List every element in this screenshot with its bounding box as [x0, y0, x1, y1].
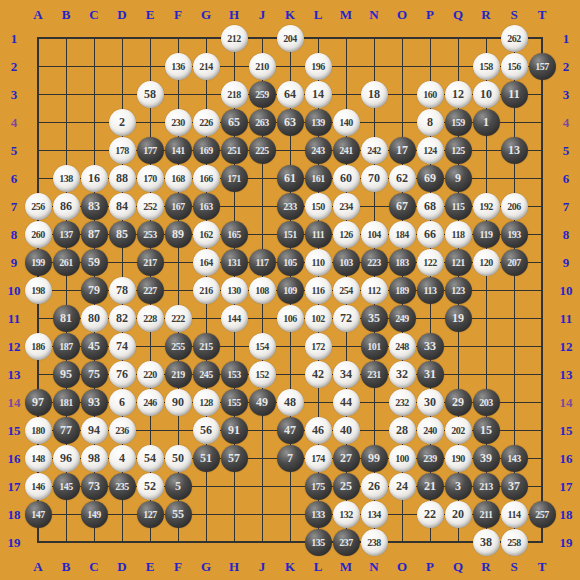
move-number: 18	[368, 87, 380, 102]
stone-H5[interactable]: 251	[221, 137, 248, 164]
row-label: 14	[560, 396, 573, 409]
stone-H11[interactable]: 144	[221, 305, 248, 332]
stone-H8[interactable]: 165	[221, 221, 248, 248]
stone-L9[interactable]: 110	[305, 249, 332, 276]
stone-Q8[interactable]: 118	[445, 221, 472, 248]
stone-G7[interactable]: 163	[193, 193, 220, 220]
stone-Q17[interactable]: 3	[445, 473, 472, 500]
move-number: 231	[367, 369, 381, 380]
stone-H6[interactable]: 171	[221, 165, 248, 192]
row-label: 11	[8, 312, 20, 325]
stone-F14[interactable]: 90	[165, 389, 192, 416]
stone-R15[interactable]: 15	[473, 417, 500, 444]
stone-E9[interactable]: 217	[137, 249, 164, 276]
move-number: 103	[339, 257, 353, 268]
stone-J9[interactable]: 117	[249, 249, 276, 276]
stone-E8[interactable]: 253	[137, 221, 164, 248]
stone-G2[interactable]: 214	[193, 53, 220, 80]
move-number: 212	[227, 33, 241, 44]
stone-P10[interactable]: 113	[417, 277, 444, 304]
move-number: 152	[255, 369, 269, 380]
stone-G4[interactable]: 226	[193, 109, 220, 136]
stone-L8[interactable]: 111	[305, 221, 332, 248]
stone-F4[interactable]: 230	[165, 109, 192, 136]
stone-K11[interactable]: 106	[277, 305, 304, 332]
stone-S18[interactable]: 114	[501, 501, 528, 528]
stone-P13[interactable]: 31	[417, 361, 444, 388]
stone-D11[interactable]: 82	[109, 305, 136, 332]
stone-R2[interactable]: 158	[473, 53, 500, 80]
stone-R16[interactable]: 39	[473, 445, 500, 472]
stone-D17[interactable]: 235	[109, 473, 136, 500]
stone-A10[interactable]: 198	[25, 277, 52, 304]
stone-C13[interactable]: 75	[81, 361, 108, 388]
stone-M9[interactable]: 103	[333, 249, 360, 276]
stone-C9[interactable]: 59	[81, 249, 108, 276]
stone-E6[interactable]: 170	[137, 165, 164, 192]
stone-P18[interactable]: 22	[417, 501, 444, 528]
stone-R9[interactable]: 120	[473, 249, 500, 276]
move-number: 37	[508, 479, 520, 494]
move-number: 14	[312, 87, 324, 102]
move-number: 141	[171, 145, 185, 156]
stone-B17[interactable]: 145	[53, 473, 80, 500]
stone-C8[interactable]: 87	[81, 221, 108, 248]
stone-H15[interactable]: 91	[221, 417, 248, 444]
stone-P8[interactable]: 66	[417, 221, 444, 248]
stone-G16[interactable]: 51	[193, 445, 220, 472]
stone-H3[interactable]: 218	[221, 81, 248, 108]
stone-G8[interactable]: 162	[193, 221, 220, 248]
move-number: 263	[255, 117, 269, 128]
move-number: 61	[284, 171, 296, 186]
stone-H9[interactable]: 131	[221, 249, 248, 276]
stone-F16[interactable]: 50	[165, 445, 192, 472]
stone-F17[interactable]: 5	[165, 473, 192, 500]
column-label: J	[259, 8, 266, 21]
stone-R3[interactable]: 10	[473, 81, 500, 108]
stone-K8[interactable]: 151	[277, 221, 304, 248]
stone-P7[interactable]: 68	[417, 193, 444, 220]
stone-E7[interactable]: 252	[137, 193, 164, 220]
move-number: 178	[115, 145, 129, 156]
stone-O6[interactable]: 62	[389, 165, 416, 192]
stone-M5[interactable]: 241	[333, 137, 360, 164]
move-number: 170	[143, 173, 157, 184]
stone-B16[interactable]: 96	[53, 445, 80, 472]
stone-N8[interactable]: 104	[361, 221, 388, 248]
move-number: 76	[116, 367, 128, 382]
stone-G15[interactable]: 56	[193, 417, 220, 444]
stone-S8[interactable]: 193	[501, 221, 528, 248]
stone-G5[interactable]: 169	[193, 137, 220, 164]
stone-C7[interactable]: 83	[81, 193, 108, 220]
stone-P17[interactable]: 21	[417, 473, 444, 500]
move-number: 72	[340, 311, 352, 326]
stone-F11[interactable]: 222	[165, 305, 192, 332]
row-label: 9	[563, 256, 570, 269]
stone-N3[interactable]: 18	[361, 81, 388, 108]
row-label: 9	[11, 256, 18, 269]
stone-E3[interactable]: 58	[137, 81, 164, 108]
stone-A14[interactable]: 97	[25, 389, 52, 416]
stone-G9[interactable]: 164	[193, 249, 220, 276]
stone-P16[interactable]: 239	[417, 445, 444, 472]
stone-P12[interactable]: 33	[417, 333, 444, 360]
stone-C15[interactable]: 94	[81, 417, 108, 444]
stone-S17[interactable]: 37	[501, 473, 528, 500]
stone-E16[interactable]: 54	[137, 445, 164, 472]
stone-O9[interactable]: 183	[389, 249, 416, 276]
move-number: 199	[31, 257, 45, 268]
stone-G13[interactable]: 245	[193, 361, 220, 388]
move-number: 134	[367, 509, 381, 520]
stone-M14[interactable]: 44	[333, 389, 360, 416]
move-number: 159	[451, 117, 465, 128]
move-number: 99	[368, 451, 380, 466]
stone-D10[interactable]: 78	[109, 277, 136, 304]
stone-S9[interactable]: 207	[501, 249, 528, 276]
move-number: 243	[311, 145, 325, 156]
stone-D8[interactable]: 85	[109, 221, 136, 248]
stone-T18[interactable]: 257	[529, 501, 556, 528]
stone-E18[interactable]: 127	[137, 501, 164, 528]
stone-Q10[interactable]: 123	[445, 277, 472, 304]
stone-P9[interactable]: 122	[417, 249, 444, 276]
move-number: 132	[339, 509, 353, 520]
stone-S5[interactable]: 13	[501, 137, 528, 164]
move-number: 254	[339, 285, 353, 296]
stone-O11[interactable]: 249	[389, 305, 416, 332]
stone-L2[interactable]: 196	[305, 53, 332, 80]
stone-F8[interactable]: 89	[165, 221, 192, 248]
stone-M4[interactable]: 140	[333, 109, 360, 136]
move-number: 261	[59, 257, 73, 268]
stone-D7[interactable]: 84	[109, 193, 136, 220]
stone-M17[interactable]: 25	[333, 473, 360, 500]
stone-F6[interactable]: 168	[165, 165, 192, 192]
stone-R17[interactable]: 213	[473, 473, 500, 500]
stone-K6[interactable]: 61	[277, 165, 304, 192]
move-number: 150	[311, 201, 325, 212]
stone-Q18[interactable]: 20	[445, 501, 472, 528]
stone-M7[interactable]: 234	[333, 193, 360, 220]
stone-L16[interactable]: 174	[305, 445, 332, 472]
stone-Q11[interactable]: 19	[445, 305, 472, 332]
stone-O5[interactable]: 17	[389, 137, 416, 164]
stone-K16[interactable]: 7	[277, 445, 304, 472]
stone-M13[interactable]: 34	[333, 361, 360, 388]
stone-C18[interactable]: 149	[81, 501, 108, 528]
stone-K7[interactable]: 233	[277, 193, 304, 220]
move-number: 177	[143, 145, 157, 156]
stone-L3[interactable]: 14	[305, 81, 332, 108]
stone-O8[interactable]: 184	[389, 221, 416, 248]
stone-K4[interactable]: 63	[277, 109, 304, 136]
stone-O13[interactable]: 32	[389, 361, 416, 388]
stone-O10[interactable]: 189	[389, 277, 416, 304]
stone-N11[interactable]: 35	[361, 305, 388, 332]
move-number: 153	[227, 369, 241, 380]
stone-M11[interactable]: 72	[333, 305, 360, 332]
move-number: 90	[172, 395, 184, 410]
stone-A9[interactable]: 199	[25, 249, 52, 276]
stone-J14[interactable]: 49	[249, 389, 276, 416]
stone-D6[interactable]: 88	[109, 165, 136, 192]
column-label: N	[369, 560, 378, 573]
stone-C17[interactable]: 73	[81, 473, 108, 500]
stone-R18[interactable]: 211	[473, 501, 500, 528]
stone-L11[interactable]: 102	[305, 305, 332, 332]
stone-C14[interactable]: 93	[81, 389, 108, 416]
stone-S16[interactable]: 143	[501, 445, 528, 472]
stone-G6[interactable]: 166	[193, 165, 220, 192]
stone-Q14[interactable]: 29	[445, 389, 472, 416]
move-number: 16	[88, 171, 100, 186]
move-number: 192	[479, 201, 493, 212]
move-number: 48	[284, 395, 296, 410]
stone-Q16[interactable]: 190	[445, 445, 472, 472]
stone-E17[interactable]: 52	[137, 473, 164, 500]
stone-Q5[interactable]: 125	[445, 137, 472, 164]
stone-O17[interactable]: 24	[389, 473, 416, 500]
stone-N16[interactable]: 99	[361, 445, 388, 472]
stone-L15[interactable]: 46	[305, 417, 332, 444]
stone-F2[interactable]: 136	[165, 53, 192, 80]
stone-J13[interactable]: 152	[249, 361, 276, 388]
stone-L10[interactable]: 116	[305, 277, 332, 304]
stone-O16[interactable]: 100	[389, 445, 416, 472]
move-number: 223	[367, 257, 381, 268]
stone-M8[interactable]: 126	[333, 221, 360, 248]
stone-D13[interactable]: 76	[109, 361, 136, 388]
move-number: 100	[395, 453, 409, 464]
stone-J10[interactable]: 108	[249, 277, 276, 304]
stone-N18[interactable]: 134	[361, 501, 388, 528]
stone-G12[interactable]: 215	[193, 333, 220, 360]
stone-A16[interactable]: 148	[25, 445, 52, 472]
stone-E13[interactable]: 220	[137, 361, 164, 388]
stone-A18[interactable]: 147	[25, 501, 52, 528]
stone-E11[interactable]: 228	[137, 305, 164, 332]
move-number: 7	[287, 451, 293, 466]
stone-B13[interactable]: 95	[53, 361, 80, 388]
stone-F5[interactable]: 141	[165, 137, 192, 164]
stone-D5[interactable]: 178	[109, 137, 136, 164]
stone-L17[interactable]: 175	[305, 473, 332, 500]
stone-M10[interactable]: 254	[333, 277, 360, 304]
move-number: 151	[283, 229, 297, 240]
stone-D4[interactable]: 2	[109, 109, 136, 136]
stone-L6[interactable]: 161	[305, 165, 332, 192]
column-label: H	[229, 8, 239, 21]
stone-P3[interactable]: 160	[417, 81, 444, 108]
grid-line-horizontal	[37, 541, 543, 543]
stone-K14[interactable]: 48	[277, 389, 304, 416]
grid-line-vertical	[541, 37, 543, 543]
stone-Q3[interactable]: 12	[445, 81, 472, 108]
stone-M6[interactable]: 60	[333, 165, 360, 192]
stone-B6[interactable]: 138	[53, 165, 80, 192]
stone-C6[interactable]: 16	[81, 165, 108, 192]
stone-D16[interactable]: 4	[109, 445, 136, 472]
stone-Q4[interactable]: 159	[445, 109, 472, 136]
column-label: D	[117, 8, 126, 21]
stone-K15[interactable]: 47	[277, 417, 304, 444]
stone-A15[interactable]: 180	[25, 417, 52, 444]
stone-G10[interactable]: 216	[193, 277, 220, 304]
move-number: 65	[228, 115, 240, 130]
stone-D15[interactable]: 236	[109, 417, 136, 444]
move-number: 127	[143, 509, 157, 520]
stone-N19[interactable]: 238	[361, 529, 388, 556]
stone-H4[interactable]: 65	[221, 109, 248, 136]
stone-N17[interactable]: 26	[361, 473, 388, 500]
stone-Q9[interactable]: 121	[445, 249, 472, 276]
stone-R14[interactable]: 203	[473, 389, 500, 416]
move-number: 143	[507, 453, 521, 464]
stone-N6[interactable]: 70	[361, 165, 388, 192]
stone-H10[interactable]: 130	[221, 277, 248, 304]
stone-L7[interactable]: 150	[305, 193, 332, 220]
stone-N5[interactable]: 242	[361, 137, 388, 164]
stone-O14[interactable]: 232	[389, 389, 416, 416]
stone-Q7[interactable]: 115	[445, 193, 472, 220]
move-number: 193	[507, 229, 521, 240]
stone-S19[interactable]: 258	[501, 529, 528, 556]
stone-N10[interactable]: 112	[361, 277, 388, 304]
stone-O7[interactable]: 67	[389, 193, 416, 220]
stone-R7[interactable]: 192	[473, 193, 500, 220]
stone-G14[interactable]: 128	[193, 389, 220, 416]
stone-H14[interactable]: 155	[221, 389, 248, 416]
row-label: 5	[563, 144, 570, 157]
move-number: 50	[172, 451, 184, 466]
stone-H1[interactable]: 212	[221, 25, 248, 52]
move-number: 241	[339, 145, 353, 156]
move-number: 93	[88, 395, 100, 410]
move-number: 20	[452, 507, 464, 522]
stone-E5[interactable]: 177	[137, 137, 164, 164]
stone-B8[interactable]: 137	[53, 221, 80, 248]
stone-H13[interactable]: 153	[221, 361, 248, 388]
stone-S2[interactable]: 156	[501, 53, 528, 80]
stone-J3[interactable]: 259	[249, 81, 276, 108]
stone-O15[interactable]: 28	[389, 417, 416, 444]
stone-L5[interactable]: 243	[305, 137, 332, 164]
stone-L19[interactable]: 135	[305, 529, 332, 556]
stone-R8[interactable]: 119	[473, 221, 500, 248]
move-number: 12	[452, 87, 464, 102]
move-number: 213	[479, 481, 493, 492]
stone-K1[interactable]: 204	[277, 25, 304, 52]
stone-A7[interactable]: 256	[25, 193, 52, 220]
stone-L18[interactable]: 133	[305, 501, 332, 528]
move-number: 181	[59, 397, 73, 408]
stone-B12[interactable]: 187	[53, 333, 80, 360]
stone-B9[interactable]: 261	[53, 249, 80, 276]
stone-L12[interactable]: 172	[305, 333, 332, 360]
stone-Q6[interactable]: 9	[445, 165, 472, 192]
stone-F7[interactable]: 167	[165, 193, 192, 220]
stone-R19[interactable]: 38	[473, 529, 500, 556]
row-label: 2	[11, 60, 18, 73]
stone-M16[interactable]: 27	[333, 445, 360, 472]
stone-E14[interactable]: 246	[137, 389, 164, 416]
stone-F18[interactable]: 55	[165, 501, 192, 528]
stone-N12[interactable]: 101	[361, 333, 388, 360]
move-number: 156	[507, 61, 521, 72]
move-number: 110	[312, 257, 325, 268]
stone-J5[interactable]: 225	[249, 137, 276, 164]
stone-P4[interactable]: 8	[417, 109, 444, 136]
stone-A8[interactable]: 260	[25, 221, 52, 248]
stone-D14[interactable]: 6	[109, 389, 136, 416]
stone-L4[interactable]: 139	[305, 109, 332, 136]
move-number: 111	[312, 229, 324, 240]
move-number: 89	[172, 227, 184, 242]
stone-K10[interactable]: 109	[277, 277, 304, 304]
stone-J2[interactable]: 210	[249, 53, 276, 80]
stone-D12[interactable]: 74	[109, 333, 136, 360]
stone-H16[interactable]: 57	[221, 445, 248, 472]
stone-P6[interactable]: 69	[417, 165, 444, 192]
move-number: 147	[31, 509, 45, 520]
stone-J4[interactable]: 263	[249, 109, 276, 136]
stone-M18[interactable]: 132	[333, 501, 360, 528]
stone-S1[interactable]: 262	[501, 25, 528, 52]
stone-N13[interactable]: 231	[361, 361, 388, 388]
stone-C10[interactable]: 79	[81, 277, 108, 304]
stone-L13[interactable]: 42	[305, 361, 332, 388]
stone-B15[interactable]: 77	[53, 417, 80, 444]
stone-P14[interactable]: 30	[417, 389, 444, 416]
move-number: 145	[59, 481, 73, 492]
row-label: 19	[8, 536, 21, 549]
stone-A12[interactable]: 186	[25, 333, 52, 360]
stone-B7[interactable]: 86	[53, 193, 80, 220]
stone-S7[interactable]: 206	[501, 193, 528, 220]
stone-A17[interactable]: 146	[25, 473, 52, 500]
stone-P5[interactable]: 124	[417, 137, 444, 164]
stone-T2[interactable]: 157	[529, 53, 556, 80]
stone-P15[interactable]: 240	[417, 417, 444, 444]
stone-B14[interactable]: 181	[53, 389, 80, 416]
stone-K9[interactable]: 105	[277, 249, 304, 276]
stone-R4[interactable]: 1	[473, 109, 500, 136]
move-number: 8	[427, 115, 433, 130]
stone-M19[interactable]: 237	[333, 529, 360, 556]
stone-C11[interactable]: 80	[81, 305, 108, 332]
row-label: 18	[8, 508, 21, 521]
move-number: 81	[60, 311, 72, 326]
stone-M15[interactable]: 40	[333, 417, 360, 444]
stone-B11[interactable]: 81	[53, 305, 80, 332]
stone-S3[interactable]: 11	[501, 81, 528, 108]
stone-O12[interactable]: 248	[389, 333, 416, 360]
stone-J12[interactable]: 154	[249, 333, 276, 360]
stone-F13[interactable]: 219	[165, 361, 192, 388]
move-number: 39	[480, 451, 492, 466]
stone-K3[interactable]: 64	[277, 81, 304, 108]
stone-Q15[interactable]: 202	[445, 417, 472, 444]
stone-E10[interactable]: 227	[137, 277, 164, 304]
stone-C12[interactable]: 45	[81, 333, 108, 360]
stone-N9[interactable]: 223	[361, 249, 388, 276]
move-number: 245	[199, 369, 213, 380]
stone-C16[interactable]: 98	[81, 445, 108, 472]
stone-F12[interactable]: 255	[165, 333, 192, 360]
